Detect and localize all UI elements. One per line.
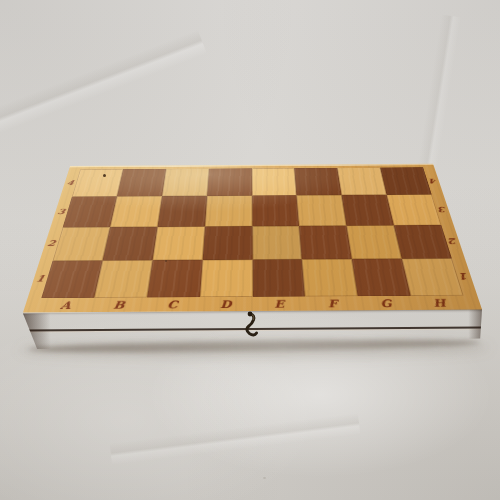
square-c4 xyxy=(162,169,209,197)
rank-label-right-2: 2 xyxy=(448,237,458,245)
rank-label-right-4: 4 xyxy=(429,177,438,183)
square-d2 xyxy=(202,226,252,260)
file-label-h: H xyxy=(411,297,467,308)
square-c2 xyxy=(152,226,204,260)
board-top-face: 4321 4321 ABCDEFGH xyxy=(23,164,482,313)
square-a4 xyxy=(72,169,123,197)
rank-label-left-4: 4 xyxy=(66,180,75,186)
file-label-g: G xyxy=(358,298,413,309)
square-f2 xyxy=(299,225,352,259)
square-g1 xyxy=(352,259,411,297)
file-label-a: A xyxy=(38,300,94,311)
square-d4 xyxy=(207,168,252,196)
board-grid xyxy=(41,167,463,298)
file-label-c: C xyxy=(145,299,199,310)
file-labels: ABCDEFGH xyxy=(37,296,468,313)
file-label-d: D xyxy=(199,299,253,310)
rank-label-right-3: 3 xyxy=(438,206,447,213)
rank-label-left-1: 1 xyxy=(35,275,46,284)
rank-label-right-1: 1 xyxy=(459,272,470,281)
square-d3 xyxy=(205,196,252,227)
square-d1 xyxy=(200,259,253,297)
square-f3 xyxy=(297,195,347,225)
square-f4 xyxy=(295,168,342,196)
clasp-latch-icon xyxy=(239,311,261,341)
rank-label-left-3: 3 xyxy=(57,208,66,215)
chess-box: 4321 4321 ABCDEFGH xyxy=(0,0,500,500)
dust-speck xyxy=(263,477,266,479)
square-e4 xyxy=(252,168,297,196)
square-e2 xyxy=(252,226,302,260)
square-b3 xyxy=(110,196,162,227)
square-c1 xyxy=(147,260,202,298)
square-e1 xyxy=(252,259,305,297)
square-b1 xyxy=(94,260,152,298)
square-f1 xyxy=(302,259,358,297)
square-g2 xyxy=(347,225,402,259)
square-a3 xyxy=(63,197,117,228)
square-e3 xyxy=(252,195,299,225)
dust-speck xyxy=(103,174,106,177)
square-c3 xyxy=(157,196,206,227)
file-label-e: E xyxy=(252,298,306,309)
square-g3 xyxy=(342,195,394,225)
box-front-panel xyxy=(23,309,482,350)
square-b2 xyxy=(102,227,157,261)
square-b4 xyxy=(117,169,166,197)
rank-label-left-2: 2 xyxy=(46,240,56,248)
file-label-f: F xyxy=(305,298,360,309)
dust-speck xyxy=(165,260,167,262)
photo-scene: 4321 4321 ABCDEFGH xyxy=(0,0,500,500)
square-g4 xyxy=(337,168,386,196)
board-perspective-wrapper: 4321 4321 ABCDEFGH xyxy=(22,80,482,313)
file-label-b: B xyxy=(91,299,146,310)
